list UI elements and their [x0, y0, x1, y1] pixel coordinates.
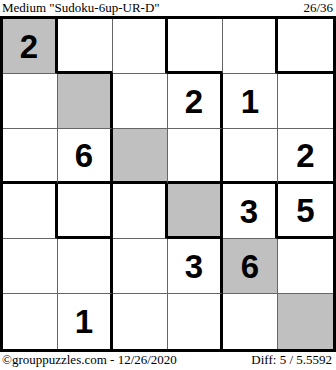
copyright-date: ©grouppuzzles.com - 12/26/2020: [2, 352, 177, 368]
cell-r6c6[interactable]: [278, 294, 333, 349]
cell-r3c4[interactable]: [168, 129, 223, 184]
cell-r6c1[interactable]: [3, 294, 58, 349]
cell-r6c2-given: 1: [58, 294, 113, 349]
cell-r6c3[interactable]: [113, 294, 168, 349]
cell-r6c5[interactable]: [223, 294, 278, 349]
cell-r3c5[interactable]: [223, 129, 278, 184]
cell-r2c4-given: 2: [168, 74, 223, 129]
puzzle-title: Medium "Sudoku-6up-UR-D": [2, 0, 160, 15]
cell-r2c6[interactable]: [278, 74, 333, 129]
cell-r2c1[interactable]: [3, 74, 58, 129]
cell-r2c2[interactable]: [58, 74, 113, 129]
cell-r1c2[interactable]: [58, 19, 113, 74]
cell-r3c1[interactable]: [3, 129, 58, 184]
cell-r1c5[interactable]: [223, 19, 278, 74]
cell-r5c6[interactable]: [278, 239, 333, 294]
cell-r4c3[interactable]: [113, 184, 168, 239]
cell-r5c2[interactable]: [58, 239, 113, 294]
cell-r5c5-given: 6: [223, 239, 278, 294]
sudoku-board: 2216235361: [0, 16, 336, 352]
cell-r3c2-given: 6: [58, 129, 113, 184]
title-bar: Medium "Sudoku-6up-UR-D" 26/36: [0, 0, 336, 16]
cell-r1c6[interactable]: [278, 19, 333, 74]
cell-r4c4[interactable]: [168, 184, 223, 239]
blank-count: 26/36: [303, 0, 333, 15]
cell-r3c3[interactable]: [113, 129, 168, 184]
cell-r5c1[interactable]: [3, 239, 58, 294]
cell-r1c1-given: 2: [3, 19, 58, 74]
cell-r1c3[interactable]: [113, 19, 168, 74]
cell-r1c4[interactable]: [168, 19, 223, 74]
cell-r3c6-given: 2: [278, 129, 333, 184]
cell-r2c5-given: 1: [223, 74, 278, 129]
cell-r6c4[interactable]: [168, 294, 223, 349]
cell-r2c3[interactable]: [113, 74, 168, 129]
cell-r4c1[interactable]: [3, 184, 58, 239]
difficulty: Diff: 5 / 5.5592: [251, 352, 332, 368]
cell-r4c5-given: 3: [223, 184, 278, 239]
cell-r4c2[interactable]: [58, 184, 113, 239]
cell-r5c4-given: 3: [168, 239, 223, 294]
page: Medium "Sudoku-6up-UR-D" 26/36 221623536…: [0, 0, 336, 370]
cell-r5c3[interactable]: [113, 239, 168, 294]
footer-bar: ©grouppuzzles.com - 12/26/2020 Diff: 5 /…: [0, 352, 336, 370]
cell-r4c6-given: 5: [278, 184, 333, 239]
